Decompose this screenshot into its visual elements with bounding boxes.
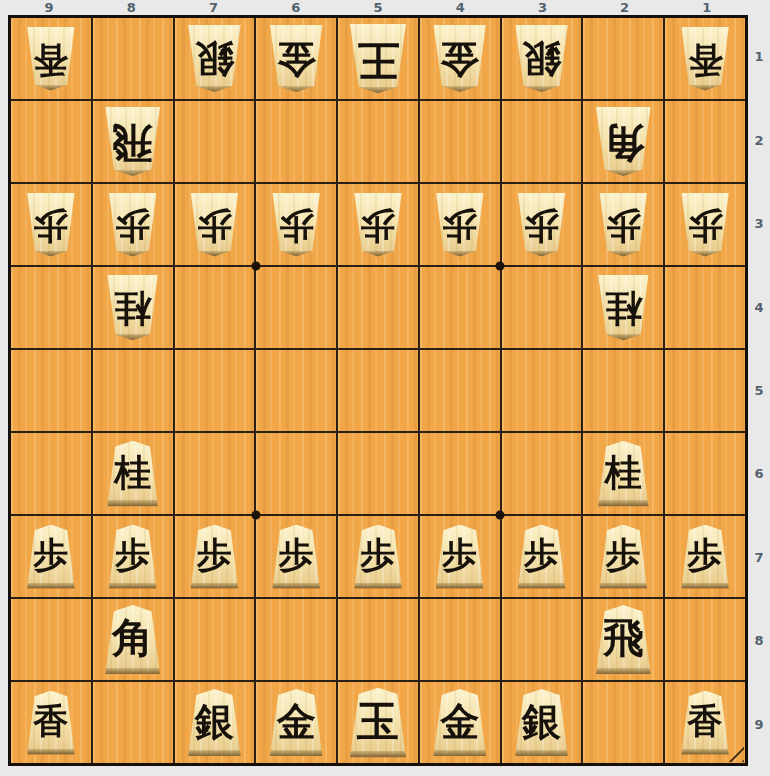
piece-kanji: 歩	[197, 208, 232, 243]
square-96[interactable]	[11, 433, 91, 514]
square-37[interactable]: 歩	[502, 516, 582, 597]
piece-kanji: 歩	[606, 208, 641, 243]
square-66[interactable]	[256, 433, 336, 514]
file-label-6: 6	[255, 0, 337, 15]
piece-sente-gin-silver[interactable]: 銀	[512, 689, 570, 756]
piece-sente-fu-pawn[interactable]: 歩	[433, 525, 486, 589]
square-98[interactable]	[11, 599, 91, 680]
piece-sente-fu-pawn[interactable]: 歩	[679, 525, 732, 589]
piece-kanji: 角	[603, 122, 644, 163]
square-59[interactable]: 玉	[338, 682, 418, 763]
piece-kanji: 香	[33, 42, 68, 77]
square-78[interactable]	[175, 599, 255, 680]
board-frame: 香銀金王金銀香飛角歩歩歩歩歩歩歩歩歩桂桂桂桂歩歩歩歩歩歩歩歩歩角飛香銀金玉金銀香	[8, 15, 748, 766]
piece-kanji: 歩	[33, 208, 68, 243]
piece-sente-fu-pawn[interactable]: 歩	[270, 525, 323, 589]
square-34[interactable]	[502, 267, 582, 348]
square-83[interactable]: 歩	[93, 184, 173, 265]
square-22[interactable]: 角	[583, 101, 663, 182]
piece-kanji: 歩	[360, 208, 395, 243]
piece-kanji: 飛	[603, 618, 644, 659]
square-57[interactable]: 歩	[338, 516, 418, 597]
piece-sente-kaku-bishop[interactable]: 角	[102, 605, 163, 674]
piece-gote-ou-king[interactable]: 王	[347, 24, 409, 94]
piece-kanji: 桂	[114, 290, 151, 327]
piece-kanji: 歩	[688, 538, 723, 573]
piece-sente-kin-gold[interactable]: 金	[431, 689, 489, 756]
square-88[interactable]: 角	[93, 599, 173, 680]
piece-kanji: 桂	[605, 454, 642, 491]
file-label-1: 1	[666, 0, 748, 15]
piece-kanji: 銀	[195, 702, 234, 741]
piece-kanji: 歩	[115, 538, 150, 573]
square-39[interactable]: 銀	[502, 682, 582, 763]
piece-gote-fu-pawn[interactable]: 歩	[433, 193, 486, 257]
square-74[interactable]	[175, 267, 255, 348]
square-58[interactable]	[338, 599, 418, 680]
square-62[interactable]	[256, 101, 336, 182]
square-53[interactable]: 歩	[338, 184, 418, 265]
piece-gote-hi-rook[interactable]: 飛	[102, 107, 163, 176]
square-77[interactable]: 歩	[175, 516, 255, 597]
piece-sente-fu-pawn[interactable]: 歩	[352, 525, 405, 589]
file-labels: 987654321	[8, 0, 748, 15]
square-43[interactable]: 歩	[420, 184, 500, 265]
rank-label-2: 2	[748, 98, 770, 181]
file-label-9: 9	[8, 0, 90, 15]
square-25[interactable]	[583, 350, 663, 431]
square-46[interactable]	[420, 433, 500, 514]
square-13[interactable]: 歩	[665, 184, 745, 265]
piece-kanji: 香	[688, 42, 723, 77]
square-27[interactable]: 歩	[583, 516, 663, 597]
piece-gote-fu-pawn[interactable]: 歩	[25, 193, 78, 257]
piece-kanji: 歩	[33, 538, 68, 573]
piece-sente-kin-gold[interactable]: 金	[267, 689, 325, 756]
piece-kanji: 王	[357, 39, 399, 81]
square-12[interactable]	[665, 101, 745, 182]
piece-kanji: 歩	[442, 208, 477, 243]
square-47[interactable]: 歩	[420, 516, 500, 597]
piece-gote-gin-silver[interactable]: 銀	[512, 25, 570, 92]
square-75[interactable]	[175, 350, 255, 431]
file-label-5: 5	[337, 0, 419, 15]
file-label-8: 8	[90, 0, 172, 15]
square-94[interactable]	[11, 267, 91, 348]
piece-kanji: 桂	[114, 454, 151, 491]
shogi-app: 987654321 香銀金王金銀香飛角歩歩歩歩歩歩歩歩歩桂桂桂桂歩歩歩歩歩歩歩歩…	[0, 0, 770, 776]
piece-sente-gyoku-king[interactable]: 玉	[347, 688, 409, 758]
piece-kanji: 歩	[606, 538, 641, 573]
square-61[interactable]: 金	[256, 18, 336, 99]
square-82[interactable]: 飛	[93, 101, 173, 182]
square-89[interactable]	[93, 682, 173, 763]
rank-labels: 123456789	[748, 15, 770, 766]
piece-gote-fu-pawn[interactable]: 歩	[515, 193, 568, 257]
piece-sente-kei-knight[interactable]: 桂	[595, 441, 651, 507]
square-91[interactable]: 香	[11, 18, 91, 99]
square-44[interactable]	[420, 267, 500, 348]
square-65[interactable]	[256, 350, 336, 431]
square-38[interactable]	[502, 599, 582, 680]
piece-kanji: 歩	[688, 208, 723, 243]
piece-kanji: 銀	[195, 40, 234, 79]
file-label-2: 2	[584, 0, 666, 15]
square-67[interactable]: 歩	[256, 516, 336, 597]
piece-kanji: 歩	[524, 208, 559, 243]
star-point	[251, 262, 260, 271]
square-64[interactable]	[256, 267, 336, 348]
square-68[interactable]	[256, 599, 336, 680]
square-21[interactable]	[583, 18, 663, 99]
piece-gote-fu-pawn[interactable]: 歩	[188, 193, 241, 257]
rank-label-1: 1	[748, 15, 770, 98]
rank-label-4: 4	[748, 265, 770, 348]
piece-sente-fu-pawn[interactable]: 歩	[25, 525, 78, 589]
square-71[interactable]: 銀	[175, 18, 255, 99]
square-85[interactable]	[93, 350, 173, 431]
square-63[interactable]: 歩	[256, 184, 336, 265]
square-87[interactable]: 歩	[93, 516, 173, 597]
piece-sente-kyo-lance[interactable]: 香	[25, 691, 78, 755]
square-84[interactable]: 桂	[93, 267, 173, 348]
square-99[interactable]: 香	[11, 682, 91, 763]
square-86[interactable]: 桂	[93, 433, 173, 514]
square-36[interactable]	[502, 433, 582, 514]
piece-gote-gin-silver[interactable]: 銀	[185, 25, 243, 92]
piece-kanji: 金	[440, 702, 479, 741]
piece-kanji: 香	[33, 704, 68, 739]
square-33[interactable]: 歩	[502, 184, 582, 265]
piece-kanji: 歩	[524, 538, 559, 573]
piece-gote-kei-knight[interactable]: 桂	[105, 275, 161, 341]
square-11[interactable]: 香	[665, 18, 745, 99]
piece-kanji: 歩	[115, 208, 150, 243]
square-45[interactable]	[420, 350, 500, 431]
piece-kanji: 玉	[357, 700, 399, 742]
star-point	[251, 510, 260, 519]
square-54[interactable]	[338, 267, 418, 348]
piece-kanji: 歩	[279, 538, 314, 573]
piece-gote-kei-knight[interactable]: 桂	[595, 275, 651, 341]
square-51[interactable]: 王	[338, 18, 418, 99]
square-35[interactable]	[502, 350, 582, 431]
piece-gote-kaku-bishop[interactable]: 角	[593, 107, 654, 176]
square-26[interactable]: 桂	[583, 433, 663, 514]
square-76[interactable]	[175, 433, 255, 514]
piece-sente-fu-pawn[interactable]: 歩	[188, 525, 241, 589]
piece-gote-kyo-lance[interactable]: 香	[25, 27, 78, 91]
rank-label-5: 5	[748, 349, 770, 432]
piece-kanji: 銀	[522, 40, 561, 79]
rank-label-9: 9	[748, 683, 770, 766]
square-56[interactable]	[338, 433, 418, 514]
square-72[interactable]	[175, 101, 255, 182]
square-81[interactable]	[93, 18, 173, 99]
square-17[interactable]: 歩	[665, 516, 745, 597]
piece-kanji: 飛	[112, 122, 153, 163]
piece-gote-kin-gold[interactable]: 金	[267, 25, 325, 92]
rank-label-3: 3	[748, 182, 770, 265]
square-69[interactable]: 金	[256, 682, 336, 763]
piece-sente-gin-silver[interactable]: 銀	[185, 689, 243, 756]
file-label-3: 3	[501, 0, 583, 15]
piece-kanji: 歩	[197, 538, 232, 573]
square-93[interactable]: 歩	[11, 184, 91, 265]
piece-gote-kin-gold[interactable]: 金	[431, 25, 489, 92]
piece-kanji: 銀	[522, 702, 561, 741]
square-16[interactable]	[665, 433, 745, 514]
square-97[interactable]: 歩	[11, 516, 91, 597]
file-label-7: 7	[172, 0, 254, 15]
piece-gote-kyo-lance[interactable]: 香	[679, 27, 732, 91]
square-92[interactable]	[11, 101, 91, 182]
piece-kanji: 桂	[605, 290, 642, 327]
piece-kanji: 金	[277, 40, 316, 79]
square-49[interactable]: 金	[420, 682, 500, 763]
square-18[interactable]	[665, 599, 745, 680]
piece-kanji: 歩	[442, 538, 477, 573]
square-52[interactable]	[338, 101, 418, 182]
square-28[interactable]: 飛	[583, 599, 663, 680]
piece-sente-fu-pawn[interactable]: 歩	[515, 525, 568, 589]
piece-gote-fu-pawn[interactable]: 歩	[270, 193, 323, 257]
square-42[interactable]	[420, 101, 500, 182]
square-14[interactable]	[665, 267, 745, 348]
piece-gote-fu-pawn[interactable]: 歩	[679, 193, 732, 257]
square-79[interactable]: 銀	[175, 682, 255, 763]
shogi-board: 香銀金王金銀香飛角歩歩歩歩歩歩歩歩歩桂桂桂桂歩歩歩歩歩歩歩歩歩角飛香銀金玉金銀香	[11, 18, 745, 763]
piece-kanji: 金	[440, 40, 479, 79]
piece-kanji: 歩	[360, 538, 395, 573]
piece-sente-kei-knight[interactable]: 桂	[105, 441, 161, 507]
rank-label-6: 6	[748, 432, 770, 515]
file-label-4: 4	[419, 0, 501, 15]
star-point	[496, 262, 505, 271]
square-15[interactable]	[665, 350, 745, 431]
square-19[interactable]: 香	[665, 682, 745, 763]
piece-kanji: 金	[277, 702, 316, 741]
rank-label-8: 8	[748, 599, 770, 682]
square-95[interactable]	[11, 350, 91, 431]
square-41[interactable]: 金	[420, 18, 500, 99]
piece-gote-fu-pawn[interactable]: 歩	[352, 193, 405, 257]
square-55[interactable]	[338, 350, 418, 431]
piece-kanji: 香	[688, 704, 723, 739]
piece-sente-fu-pawn[interactable]: 歩	[597, 525, 650, 589]
square-48[interactable]	[420, 599, 500, 680]
square-29[interactable]	[583, 682, 663, 763]
piece-gote-fu-pawn[interactable]: 歩	[597, 193, 650, 257]
piece-sente-fu-pawn[interactable]: 歩	[106, 525, 159, 589]
piece-sente-kyo-lance[interactable]: 香	[679, 691, 732, 755]
square-24[interactable]: 桂	[583, 267, 663, 348]
square-23[interactable]: 歩	[583, 184, 663, 265]
star-point	[496, 510, 505, 519]
piece-kanji: 角	[112, 618, 153, 659]
piece-sente-hi-rook[interactable]: 飛	[593, 605, 654, 674]
piece-kanji: 歩	[279, 208, 314, 243]
square-73[interactable]: 歩	[175, 184, 255, 265]
piece-gote-fu-pawn[interactable]: 歩	[106, 193, 159, 257]
square-31[interactable]: 銀	[502, 18, 582, 99]
rank-label-7: 7	[748, 516, 770, 599]
square-32[interactable]	[502, 101, 582, 182]
